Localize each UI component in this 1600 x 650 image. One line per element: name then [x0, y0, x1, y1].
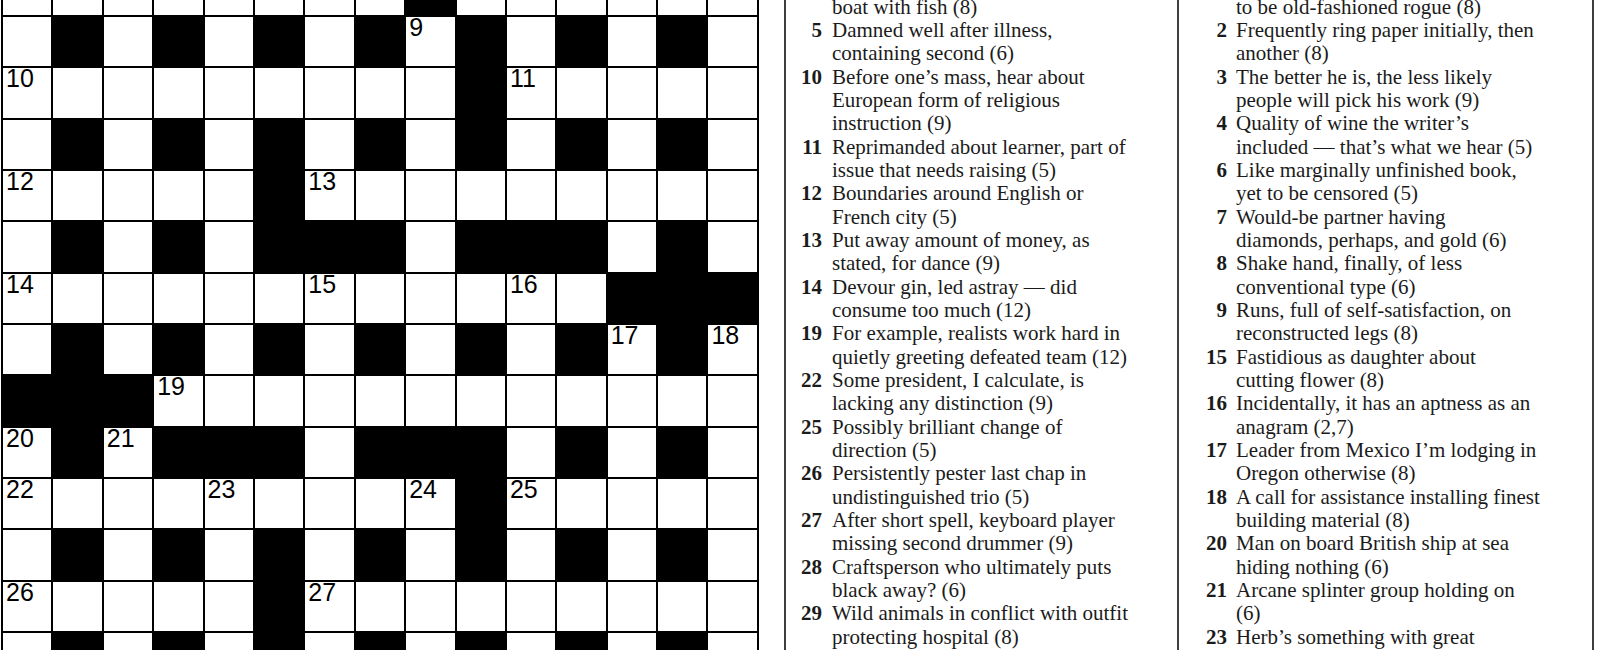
clue-number: 17 [1191, 439, 1227, 462]
cell-number: 12 [6, 169, 34, 194]
clue-number: 6 [1191, 159, 1227, 182]
cell-r9c2[interactable]: 21 [104, 428, 152, 477]
cell-r0c1[interactable] [53, 0, 101, 15]
cell-r12c4[interactable] [205, 582, 253, 631]
cell-r0c14[interactable] [708, 0, 756, 15]
cell-r2c8[interactable] [406, 68, 454, 117]
clue-across-5: 5Damned well after illness, containing s… [786, 19, 1178, 66]
cell-r10c10[interactable]: 25 [507, 479, 555, 528]
clue-fragment-across: boat with fish (8) [786, 0, 1178, 19]
cell-r2c1[interactable] [53, 68, 101, 117]
cell-r2c0[interactable]: 10 [3, 68, 51, 117]
cell-r1c6[interactable] [305, 17, 353, 66]
black-cell-r1c9 [457, 17, 505, 66]
cell-number: 19 [157, 374, 185, 399]
black-cell-r8c1 [53, 376, 101, 425]
cell-r1c4[interactable] [205, 17, 253, 66]
cell-r1c12[interactable] [608, 17, 656, 66]
clue-text: Would-be partner having diamonds, perhap… [1236, 206, 1507, 253]
cell-r1c10[interactable] [507, 17, 555, 66]
cell-r12c13[interactable] [658, 582, 706, 631]
clue-down-9: 9Runs, full of self-satisfaction, on rec… [1191, 299, 1595, 346]
cell-r7c10[interactable] [507, 325, 555, 374]
black-cell-r11c11 [557, 530, 605, 579]
cell-number: 21 [107, 426, 135, 451]
clue-down-4: 4Quality of wine the writer’s included —… [1191, 112, 1595, 159]
cell-r2c5[interactable] [255, 68, 303, 117]
black-cell-r9c3 [154, 428, 202, 477]
cell-r10c3[interactable] [154, 479, 202, 528]
cell-r1c14[interactable] [708, 17, 756, 66]
cell-r12c12[interactable] [608, 582, 656, 631]
cell-r2c3[interactable] [154, 68, 202, 117]
cell-r4c2[interactable] [104, 171, 152, 220]
crossword-grid: 9101112131415161718192021222324252627 [1, 0, 759, 650]
clue-number: 16 [1191, 392, 1227, 415]
black-cell-r3c3 [154, 120, 202, 169]
cell-r11c12[interactable] [608, 530, 656, 579]
cell-r8c13[interactable] [658, 376, 706, 425]
clue-down-8: 8Shake hand, finally, of less convention… [1191, 252, 1595, 299]
cell-r2c11[interactable] [557, 68, 605, 117]
cell-number: 22 [6, 477, 34, 502]
cell-r4c11[interactable] [557, 171, 605, 220]
black-cell-r13c13 [658, 633, 706, 650]
clue-fragment-down: to be old-fashioned rogue (8) [1191, 0, 1595, 19]
black-cell-r1c7 [356, 17, 404, 66]
cell-r9c14[interactable] [708, 428, 756, 477]
clue-across-22: 22Some president, I calculate, is lackin… [786, 369, 1178, 416]
cell-number: 9 [409, 15, 423, 40]
cell-r7c2[interactable] [104, 325, 152, 374]
black-cell-r5c5 [255, 222, 303, 271]
cell-r12c7[interactable] [356, 582, 404, 631]
cell-r4c10[interactable] [507, 171, 555, 220]
cell-r6c5[interactable] [255, 274, 303, 323]
cell-r10c7[interactable] [356, 479, 404, 528]
cell-r0c2[interactable] [104, 0, 152, 15]
cell-r8c3[interactable]: 19 [154, 376, 202, 425]
cell-r12c6[interactable]: 27 [305, 582, 353, 631]
cell-r4c14[interactable] [708, 171, 756, 220]
cell-r11c0[interactable] [3, 530, 51, 579]
cell-r2c14[interactable] [708, 68, 756, 117]
cell-r3c8[interactable] [406, 120, 454, 169]
cell-r10c5[interactable] [255, 479, 303, 528]
clue-number: 22 [786, 369, 822, 392]
clue-number: 25 [786, 416, 822, 439]
cell-number: 13 [308, 169, 336, 194]
cell-r6c1[interactable] [53, 274, 101, 323]
cell-r11c2[interactable] [104, 530, 152, 579]
cell-r12c10[interactable] [507, 582, 555, 631]
black-cell-r12c5 [255, 582, 303, 631]
black-cell-r5c10 [507, 222, 555, 271]
clue-down-15: 15Fastidious as daughter about cutting f… [1191, 346, 1595, 393]
clue-across-29: 29Wild animals in conflict with outfit p… [786, 602, 1178, 649]
cell-r9c0[interactable]: 20 [3, 428, 51, 477]
cell-r4c12[interactable] [608, 171, 656, 220]
black-cell-r9c13 [658, 428, 706, 477]
cell-r2c6[interactable] [305, 68, 353, 117]
cell-r8c12[interactable] [608, 376, 656, 425]
clue-number: 3 [1191, 66, 1227, 89]
cell-r12c2[interactable] [104, 582, 152, 631]
cell-r12c14[interactable] [708, 582, 756, 631]
clue-down-23: 23Herb’s something with great [1191, 626, 1595, 649]
cell-r7c6[interactable] [305, 325, 353, 374]
cell-r10c12[interactable] [608, 479, 656, 528]
clue-down-3: 3The better he is, the less likely peopl… [1191, 66, 1595, 113]
clue-text: Persistently pester last chap in undisti… [832, 462, 1086, 509]
black-cell-r3c1 [53, 120, 101, 169]
black-cell-r1c5 [255, 17, 303, 66]
clue-text: Wild animals in conflict with outfit pro… [832, 602, 1128, 649]
clue-text: Some president, I calculate, is lacking … [832, 369, 1084, 416]
cell-r0c7[interactable] [356, 0, 404, 15]
black-cell-r3c5 [255, 120, 303, 169]
cell-r8c9[interactable] [457, 376, 505, 425]
cell-r2c2[interactable] [104, 68, 152, 117]
black-cell-r1c1 [53, 17, 101, 66]
cell-r13c14[interactable] [708, 633, 756, 650]
black-cell-r3c9 [457, 120, 505, 169]
cell-r4c7[interactable] [356, 171, 404, 220]
cell-r12c8[interactable] [406, 582, 454, 631]
clue-text: Herb’s something with great [1236, 626, 1475, 649]
cell-r0c9[interactable] [457, 0, 505, 15]
cell-r11c14[interactable] [708, 530, 756, 579]
black-cell-r9c7 [356, 428, 404, 477]
black-cell-r1c13 [658, 17, 706, 66]
clue-across-27: 27After short spell, keyboard player mis… [786, 509, 1178, 556]
cell-r4c4[interactable] [205, 171, 253, 220]
clue-across-28: 28Craftsperson who ultimately puts black… [786, 556, 1178, 603]
cell-r10c11[interactable] [557, 479, 605, 528]
black-cell-r5c3 [154, 222, 202, 271]
black-cell-r8c0 [3, 376, 51, 425]
cell-number: 17 [611, 323, 639, 348]
cell-r12c1[interactable] [53, 582, 101, 631]
cell-r6c6[interactable]: 15 [305, 274, 353, 323]
cell-r6c11[interactable] [557, 274, 605, 323]
cell-r0c0[interactable] [3, 0, 51, 15]
black-cell-r9c9 [457, 428, 505, 477]
black-cell-r5c6 [305, 222, 353, 271]
cell-r10c14[interactable] [708, 479, 756, 528]
black-cell-r11c5 [255, 530, 303, 579]
cell-r13c0[interactable] [3, 633, 51, 650]
cell-r11c8[interactable] [406, 530, 454, 579]
cell-r6c3[interactable] [154, 274, 202, 323]
clue-number: 10 [786, 66, 822, 89]
black-cell-r7c1 [53, 325, 101, 374]
clue-down-20: 20Man on board British ship at sea hidin… [1191, 532, 1595, 579]
clue-number: 26 [786, 462, 822, 485]
cell-r2c10[interactable]: 11 [507, 68, 555, 117]
cell-r10c2[interactable] [104, 479, 152, 528]
cell-r5c2[interactable] [104, 222, 152, 271]
clue-text: Before one’s mass, hear about European f… [832, 66, 1085, 136]
clue-number: 13 [786, 229, 822, 252]
cell-r8c5[interactable] [255, 376, 303, 425]
cell-number: 15 [308, 272, 336, 297]
black-cell-r9c11 [557, 428, 605, 477]
black-cell-r7c9 [457, 325, 505, 374]
cell-r0c4[interactable] [205, 0, 253, 15]
cell-r13c4[interactable] [205, 633, 253, 650]
clue-across-25: 25Possibly brilliant change of direction… [786, 416, 1178, 463]
clue-down-17: 17Leader from Mexico I’m lodging in Oreg… [1191, 439, 1595, 486]
cell-r4c0[interactable]: 12 [3, 171, 51, 220]
clue-across-14: 14Devour gin, led astray — did consume t… [786, 276, 1178, 323]
clue-number: 29 [786, 602, 822, 625]
clue-number: 9 [1191, 299, 1227, 322]
across-clues-column: boat with fish (8)5Damned well after ill… [786, 0, 1178, 649]
cell-r11c6[interactable] [305, 530, 353, 579]
clue-number: 23 [1191, 626, 1227, 649]
cell-r10c0[interactable]: 22 [3, 479, 51, 528]
clue-text: The better he is, the less likely people… [1236, 66, 1492, 113]
cell-r9c12[interactable] [608, 428, 656, 477]
cell-number: 11 [510, 66, 536, 91]
cell-r8c14[interactable] [708, 376, 756, 425]
cell-r6c7[interactable] [356, 274, 404, 323]
cell-r8c6[interactable] [305, 376, 353, 425]
clue-text: A call for assistance installing finest … [1236, 486, 1540, 533]
cell-r4c9[interactable] [457, 171, 505, 220]
clue-text: Frequently ring paper initially, then an… [1236, 19, 1534, 66]
cell-r5c12[interactable] [608, 222, 656, 271]
cell-r12c11[interactable] [557, 582, 605, 631]
clue-down-16: 16Incidentally, it has an aptness as an … [1191, 392, 1595, 439]
black-cell-r13c5 [255, 633, 303, 650]
cell-r12c0[interactable]: 26 [3, 582, 51, 631]
cell-r1c0[interactable] [3, 17, 51, 66]
cell-r4c8[interactable] [406, 171, 454, 220]
black-cell-r3c7 [356, 120, 404, 169]
clue-number: 4 [1191, 112, 1227, 135]
black-cell-r13c7 [356, 633, 404, 650]
black-cell-r5c13 [658, 222, 706, 271]
cell-r10c13[interactable] [658, 479, 706, 528]
cell-r2c4[interactable] [205, 68, 253, 117]
cell-r0c12[interactable] [608, 0, 656, 15]
cell-r3c0[interactable] [3, 120, 51, 169]
black-cell-r9c4 [205, 428, 253, 477]
black-cell-r11c13 [658, 530, 706, 579]
cell-r0c6[interactable] [305, 0, 353, 15]
cell-r8c4[interactable] [205, 376, 253, 425]
black-cell-r2c9 [457, 68, 505, 117]
cell-r6c9[interactable] [457, 274, 505, 323]
black-cell-r11c3 [154, 530, 202, 579]
clue-down-21: 21Arcane splinter group holding on (6) [1191, 579, 1595, 626]
cell-r10c6[interactable] [305, 479, 353, 528]
cell-r3c14[interactable] [708, 120, 756, 169]
black-cell-r9c5 [255, 428, 303, 477]
clue-number: 2 [1191, 19, 1227, 42]
clue-number: 5 [786, 19, 822, 42]
clue-down-2: 2Frequently ring paper initially, then a… [1191, 19, 1595, 66]
cell-r5c8[interactable] [406, 222, 454, 271]
clue-text: Man on board British ship at sea hiding … [1236, 532, 1509, 579]
cell-r8c7[interactable] [356, 376, 404, 425]
cell-r6c8[interactable] [406, 274, 454, 323]
cell-r13c10[interactable] [507, 633, 555, 650]
cell-r5c14[interactable] [708, 222, 756, 271]
down-clues-column: to be old-fashioned rogue (8)2Frequently… [1191, 0, 1595, 649]
black-cell-r7c11 [557, 325, 605, 374]
black-cell-r11c9 [457, 530, 505, 579]
black-cell-r7c3 [154, 325, 202, 374]
cell-r6c10[interactable]: 16 [507, 274, 555, 323]
cell-r0c13[interactable] [658, 0, 706, 15]
cell-r3c10[interactable] [507, 120, 555, 169]
cell-r0c3[interactable] [154, 0, 202, 15]
black-cell-r10c9 [457, 479, 505, 528]
cell-r9c10[interactable] [507, 428, 555, 477]
cell-r9c6[interactable] [305, 428, 353, 477]
cell-number: 24 [409, 477, 437, 502]
clue-number: 28 [786, 556, 822, 579]
black-cell-r5c11 [557, 222, 605, 271]
black-cell-r13c3 [154, 633, 202, 650]
black-cell-r5c1 [53, 222, 101, 271]
black-cell-r1c11 [557, 17, 605, 66]
black-cell-r7c7 [356, 325, 404, 374]
cell-r7c4[interactable] [205, 325, 253, 374]
cell-r6c4[interactable] [205, 274, 253, 323]
black-cell-r7c13 [658, 325, 706, 374]
black-cell-r13c9 [457, 633, 505, 650]
cell-number: 25 [510, 477, 538, 502]
clue-text: Devour gin, led astray — did consume too… [832, 276, 1077, 323]
clue-text: Possibly brilliant change of direction (… [832, 416, 1062, 463]
cell-r4c6[interactable]: 13 [305, 171, 353, 220]
clue-text: Runs, full of self-satisfaction, on reco… [1236, 299, 1511, 346]
cell-r8c11[interactable] [557, 376, 605, 425]
cell-r2c12[interactable] [608, 68, 656, 117]
clue-text: Boundaries around English or French city… [832, 182, 1083, 229]
cell-number: 16 [510, 272, 538, 297]
black-cell-r5c9 [457, 222, 505, 271]
clue-number: 11 [786, 136, 822, 159]
black-cell-r1c3 [154, 17, 202, 66]
black-cell-r11c7 [356, 530, 404, 579]
clue-down-18: 18A call for assistance installing fines… [1191, 486, 1595, 533]
cell-r7c8[interactable] [406, 325, 454, 374]
cell-number: 14 [6, 272, 34, 297]
cell-r13c2[interactable] [104, 633, 152, 650]
cell-r4c1[interactable] [53, 171, 101, 220]
clue-text: to be old-fashioned rogue (8) [1236, 0, 1481, 19]
cell-number: 20 [6, 426, 34, 451]
black-cell-r6c14 [708, 274, 756, 323]
cell-r13c6[interactable] [305, 633, 353, 650]
cell-number: 26 [6, 580, 34, 605]
cell-r3c6[interactable] [305, 120, 353, 169]
black-cell-r13c11 [557, 633, 605, 650]
clue-number: 14 [786, 276, 822, 299]
cell-r6c2[interactable] [104, 274, 152, 323]
black-cell-r3c13 [658, 120, 706, 169]
cell-r3c12[interactable] [608, 120, 656, 169]
black-cell-r9c8 [406, 428, 454, 477]
cell-r8c8[interactable] [406, 376, 454, 425]
cell-r2c13[interactable] [658, 68, 706, 117]
clue-number: 7 [1191, 206, 1227, 229]
clue-number: 18 [1191, 486, 1227, 509]
cell-r13c8[interactable] [406, 633, 454, 650]
clue-number: 8 [1191, 252, 1227, 275]
black-cell-r6c13 [658, 274, 706, 323]
cell-r8c10[interactable] [507, 376, 555, 425]
clue-text: After short spell, keyboard player missi… [832, 509, 1115, 556]
clue-across-19: 19For example, realists work hard in qui… [786, 322, 1178, 369]
clue-number: 12 [786, 182, 822, 205]
cell-r7c14[interactable]: 18 [708, 325, 756, 374]
cell-r5c0[interactable] [3, 222, 51, 271]
cell-r0c5[interactable] [255, 0, 303, 15]
cell-r1c8[interactable]: 9 [406, 17, 454, 66]
cell-r10c8[interactable]: 24 [406, 479, 454, 528]
cell-r0c11[interactable] [557, 0, 605, 15]
cell-r12c3[interactable] [154, 582, 202, 631]
clue-number: 21 [1191, 579, 1227, 602]
clue-text: For example, realists work hard in quiet… [832, 322, 1127, 369]
clue-down-7: 7Would-be partner having diamonds, perha… [1191, 206, 1595, 253]
cell-r11c10[interactable] [507, 530, 555, 579]
black-cell-r4c5 [255, 171, 303, 220]
clue-text: Put away amount of money, as stated, for… [832, 229, 1090, 276]
black-cell-r5c7 [356, 222, 404, 271]
black-cell-r13c1 [53, 633, 101, 650]
cell-number: 27 [308, 580, 336, 605]
cell-r10c4[interactable]: 23 [205, 479, 253, 528]
cell-r7c12[interactable]: 17 [608, 325, 656, 374]
cell-r12c9[interactable] [457, 582, 505, 631]
black-cell-r7c5 [255, 325, 303, 374]
cell-r6c0[interactable]: 14 [3, 274, 51, 323]
clue-text: Reprimanded about learner, part of issue… [832, 136, 1126, 183]
clue-across-26: 26Persistently pester last chap in undis… [786, 462, 1178, 509]
clue-across-11: 11Reprimanded about learner, part of iss… [786, 136, 1178, 183]
cell-r2c7[interactable] [356, 68, 404, 117]
clue-across-12: 12Boundaries around English or French ci… [786, 182, 1178, 229]
cell-r3c2[interactable] [104, 120, 152, 169]
clue-text: Quality of wine the writer’s included — … [1236, 112, 1532, 159]
cell-number: 10 [6, 66, 34, 91]
cell-r4c3[interactable] [154, 171, 202, 220]
black-cell-r11c1 [53, 530, 101, 579]
cell-r11c4[interactable] [205, 530, 253, 579]
cell-r10c1[interactable] [53, 479, 101, 528]
cell-number: 18 [711, 323, 739, 348]
clue-text: Shake hand, finally, of less conventiona… [1236, 252, 1462, 299]
clue-text: Incidentally, it has an aptness as an an… [1236, 392, 1530, 439]
cell-r1c2[interactable] [104, 17, 152, 66]
cell-r13c12[interactable] [608, 633, 656, 650]
clue-text: Damned well after illness, containing se… [832, 19, 1052, 66]
clue-text: Craftsperson who ultimately puts black a… [832, 556, 1111, 603]
cell-r3c4[interactable] [205, 120, 253, 169]
cell-r0c10[interactable] [507, 0, 555, 15]
cell-r7c0[interactable] [3, 325, 51, 374]
clue-text: Like marginally unfinished book, yet to … [1236, 159, 1517, 206]
cell-r4c13[interactable] [658, 171, 706, 220]
cell-r5c4[interactable] [205, 222, 253, 271]
